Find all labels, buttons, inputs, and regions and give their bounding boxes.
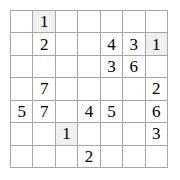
empty-cell-r4c3[interactable] [56,78,77,99]
empty-cell-r2c4[interactable] [78,33,99,54]
empty-cell-r4c1[interactable] [11,78,32,99]
given-cell-r5c1: 5 [11,101,32,122]
given-cell-r6c7: 3 [146,123,167,144]
given-cell-r2c5: 4 [101,33,122,54]
given-cell-r1c2: 1 [33,11,54,32]
empty-cell-r2c1[interactable] [11,33,32,54]
empty-cell-r3c1[interactable] [11,56,32,77]
given-cell-r5c5: 5 [101,101,122,122]
empty-cell-r7c5[interactable] [101,146,122,167]
empty-cell-r7c3[interactable] [56,146,77,167]
empty-cell-r7c1[interactable] [11,146,32,167]
puzzle-board: 12431367257456132 [10,10,168,168]
given-cell-r4c7: 2 [146,78,167,99]
empty-cell-r7c7[interactable] [146,146,167,167]
puzzle-page: 12431367257456132 [0,0,180,180]
given-cell-r2c7: 1 [146,33,167,54]
empty-cell-r4c5[interactable] [101,78,122,99]
empty-cell-r1c7[interactable] [146,11,167,32]
given-cell-r5c7: 6 [146,101,167,122]
given-cell-r2c2: 2 [33,33,54,54]
given-cell-r6c3: 1 [56,123,77,144]
given-cell-r3c6: 6 [123,56,144,77]
empty-cell-r5c3[interactable] [56,101,77,122]
empty-cell-r2c3[interactable] [56,33,77,54]
empty-cell-r3c4[interactable] [78,56,99,77]
given-cell-r2c6: 3 [123,33,144,54]
empty-cell-r6c5[interactable] [101,123,122,144]
empty-cell-r4c4[interactable] [78,78,99,99]
empty-cell-r3c2[interactable] [33,56,54,77]
empty-cell-r6c6[interactable] [123,123,144,144]
empty-cell-r3c3[interactable] [56,56,77,77]
empty-cell-r6c1[interactable] [11,123,32,144]
empty-cell-r6c2[interactable] [33,123,54,144]
empty-cell-r1c5[interactable] [101,11,122,32]
empty-cell-r7c6[interactable] [123,146,144,167]
empty-cell-r1c4[interactable] [78,11,99,32]
given-cell-r4c2: 7 [33,78,54,99]
given-cell-r5c2: 7 [33,101,54,122]
empty-cell-r7c2[interactable] [33,146,54,167]
empty-cell-r1c3[interactable] [56,11,77,32]
empty-cell-r6c4[interactable] [78,123,99,144]
empty-cell-r1c1[interactable] [11,11,32,32]
empty-cell-r3c7[interactable] [146,56,167,77]
empty-cell-r4c6[interactable] [123,78,144,99]
given-cell-r5c4: 4 [78,101,99,122]
given-cell-r3c5: 3 [101,56,122,77]
empty-cell-r1c6[interactable] [123,11,144,32]
empty-cell-r5c6[interactable] [123,101,144,122]
given-cell-r7c4: 2 [78,146,99,167]
